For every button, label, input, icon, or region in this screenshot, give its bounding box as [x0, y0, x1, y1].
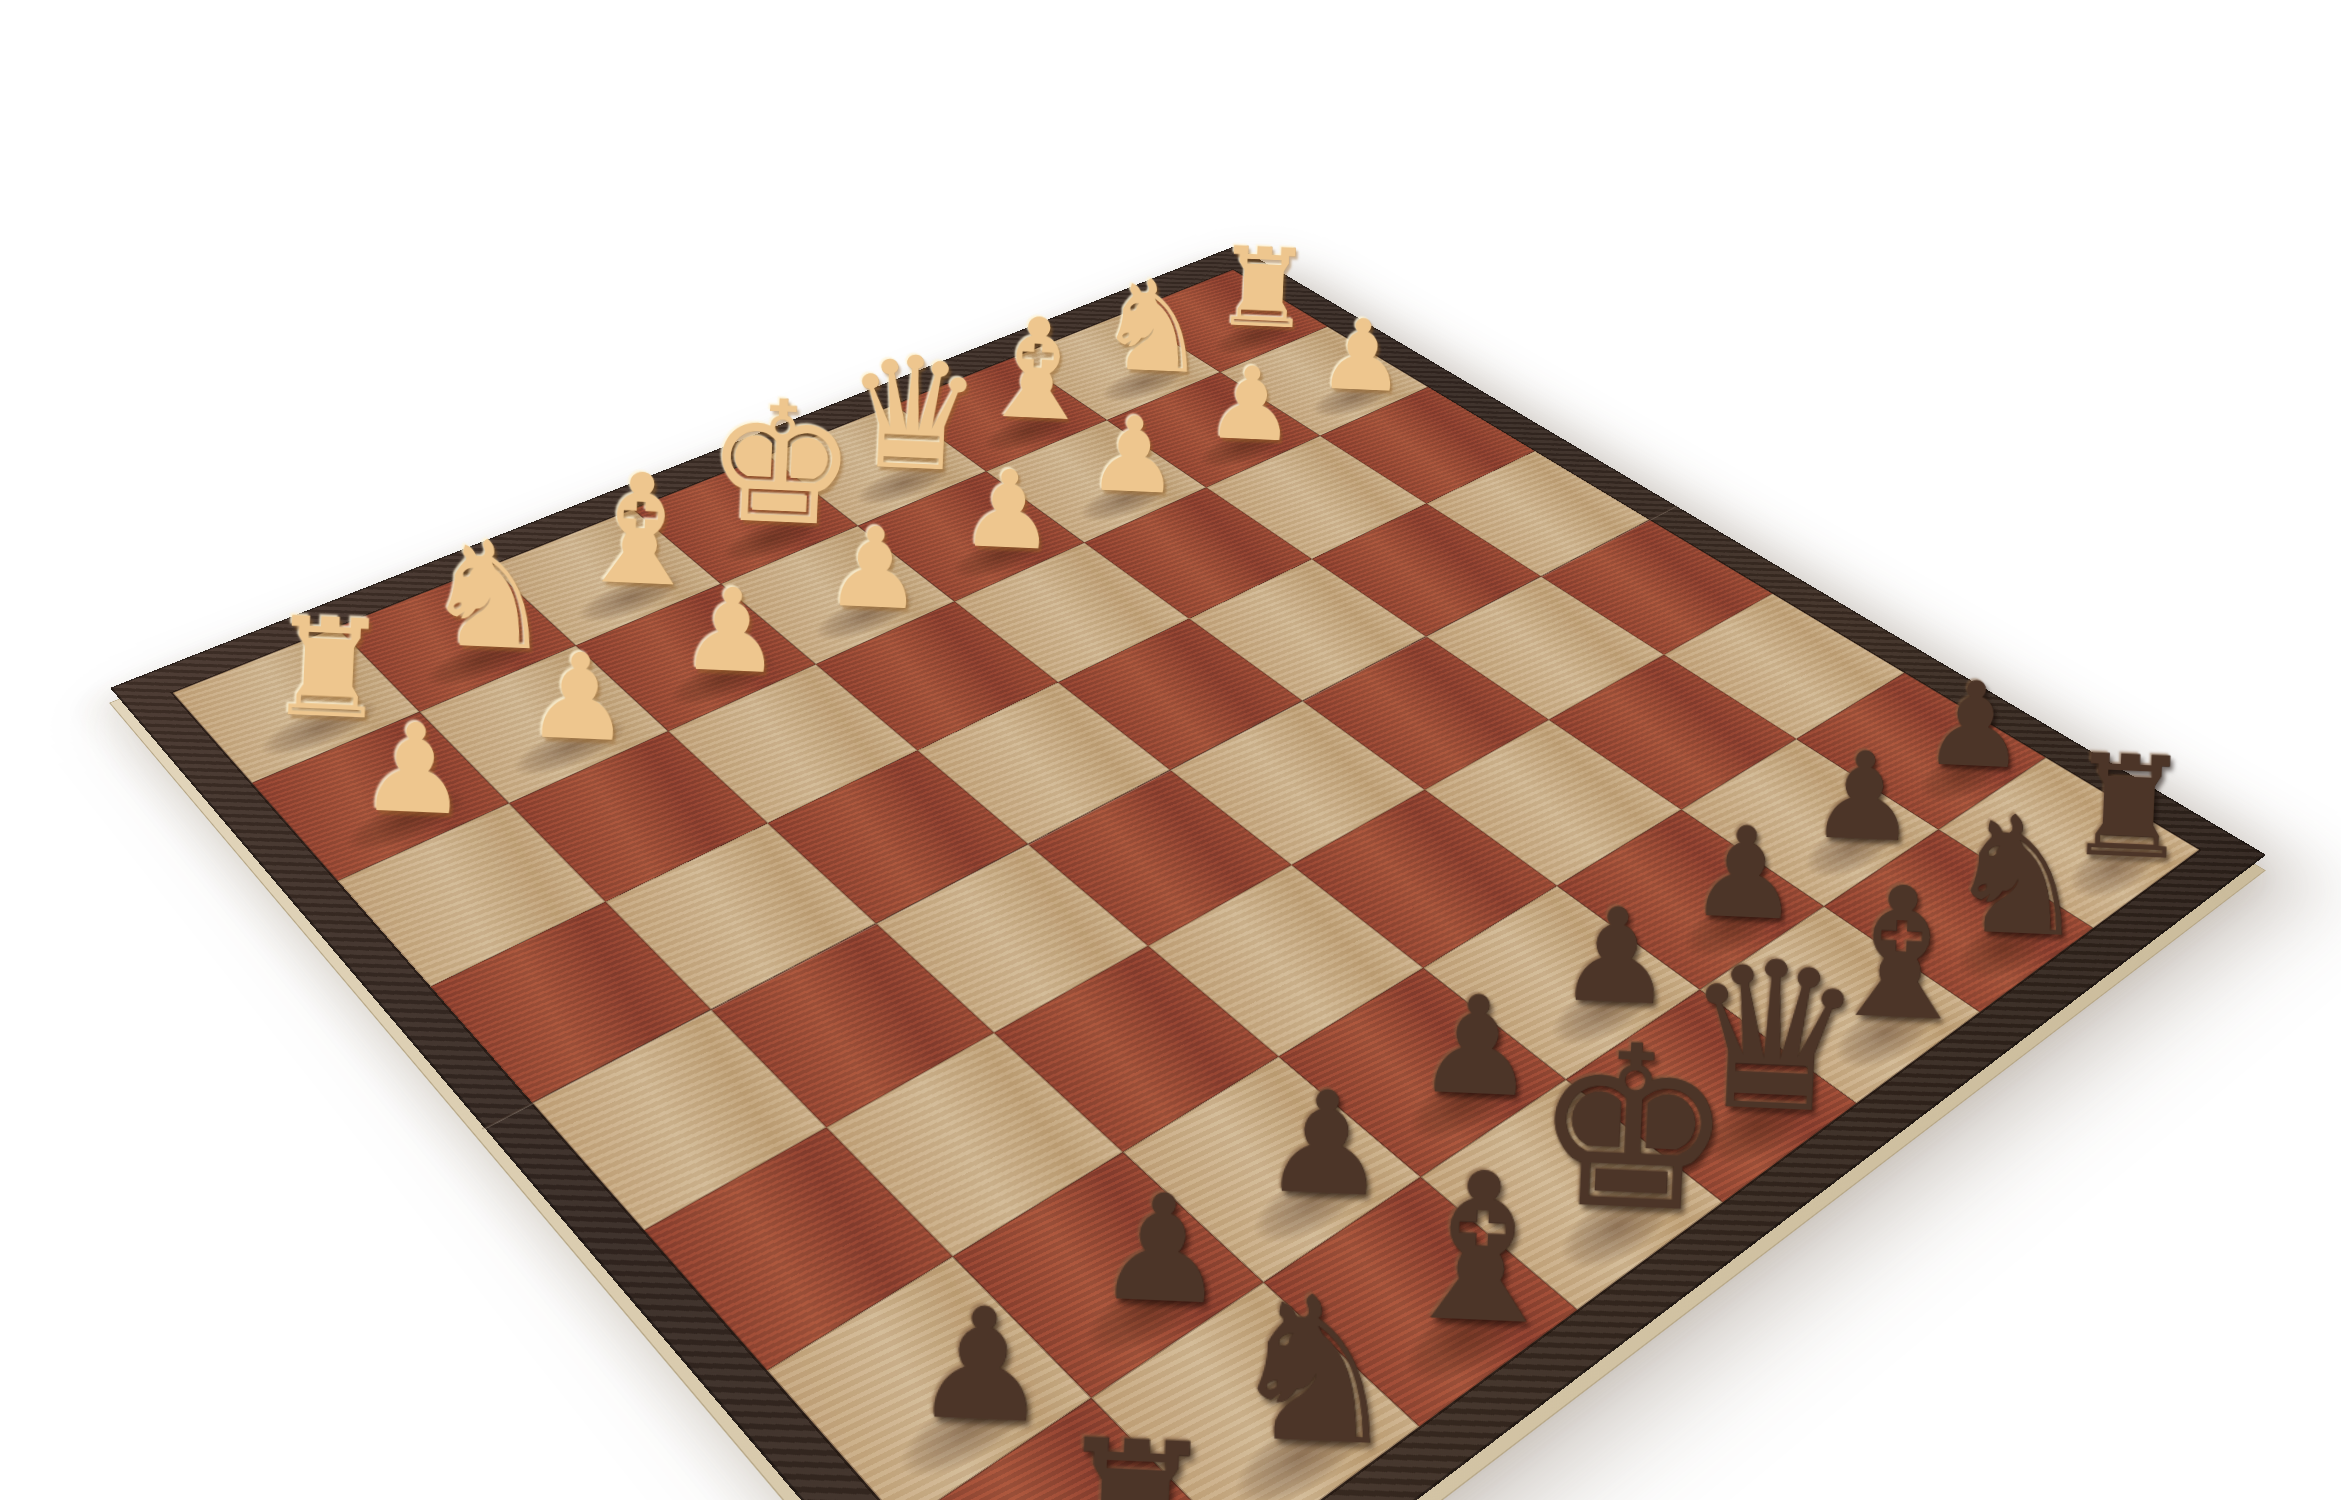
- black-rook-h8[interactable]: ♜: [1045, 1419, 1221, 1500]
- white-pawn-d2[interactable]: ♟: [958, 457, 1058, 563]
- black-pawn-e7[interactable]: ♟: [1413, 979, 1540, 1113]
- white-pawn-g2[interactable]: ♟: [523, 639, 634, 756]
- black-pawn-g7[interactable]: ♟: [1092, 1176, 1230, 1322]
- white-pawn-e2[interactable]: ♟: [822, 514, 926, 623]
- black-pawn-h7[interactable]: ♟: [909, 1289, 1054, 1442]
- black-pawn-a7[interactable]: ♟: [1920, 667, 2029, 782]
- white-pawn-h2[interactable]: ♟: [356, 708, 471, 829]
- black-pawn-b7[interactable]: ♟: [1807, 737, 1920, 856]
- white-pawn-c2[interactable]: ♟: [1085, 404, 1182, 507]
- white-knight-b1[interactable]: ♞: [1094, 265, 1212, 389]
- chessboard: ♜♞♝♚♛♝♞♜♟♟♟♟♟♟♟♟♟♟♟♟♟♟♟♟♜♞♝♚♛♝♞♜: [110, 246, 2266, 1500]
- white-pawn-a2[interactable]: ♟: [1316, 307, 1408, 404]
- board-squares: ♜♞♝♚♛♝♞♜♟♟♟♟♟♟♟♟♟♟♟♟♟♟♟♟♜♞♝♚♛♝♞♜: [172, 270, 2198, 1500]
- board-frame: ♜♞♝♚♛♝♞♜♟♟♟♟♟♟♟♟♟♟♟♟♟♟♟♟♜♞♝♚♛♝♞♜: [110, 246, 2266, 1500]
- black-bishop-f8[interactable]: ♝: [1385, 1148, 1577, 1351]
- black-pawn-f7[interactable]: ♟: [1259, 1073, 1392, 1213]
- white-pawn-b2[interactable]: ♟: [1204, 354, 1298, 453]
- white-pawn-f2[interactable]: ♟: [678, 574, 785, 687]
- white-rook-a1[interactable]: ♜: [1212, 235, 1314, 343]
- black-knight-g8[interactable]: ♞: [1221, 1274, 1409, 1472]
- white-bishop-c1[interactable]: ♝: [971, 302, 1101, 439]
- photo-stage: ♜♞♝♚♛♝♞♜♟♟♟♟♟♟♟♟♟♟♟♟♟♟♟♟♜♞♝♚♛♝♞♜: [0, 0, 2341, 1500]
